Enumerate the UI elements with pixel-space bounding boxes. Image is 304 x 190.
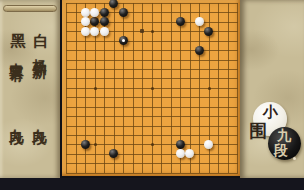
black-stone-P14: [195, 46, 204, 55]
black-stone-G18: [119, 8, 128, 17]
black-player-rank: 九段: [8, 118, 26, 122]
black-stone-E17: [100, 17, 109, 26]
white-stone-C18: [81, 8, 90, 17]
white-stone-O3: [185, 149, 194, 158]
white-color-label: 白: [31, 21, 50, 23]
black-color-label: 黑: [8, 21, 27, 23]
black-stone-Q16: [204, 27, 213, 36]
black-stone-E18: [100, 8, 109, 17]
black-stone-F3: [109, 149, 118, 158]
white-stone-P17: [195, 17, 204, 26]
star-point: [151, 30, 154, 33]
white-player-rank: 九段: [31, 118, 49, 122]
black-stone-F19: [109, 0, 118, 8]
white-stone-C16: [81, 27, 90, 36]
white-stone-D16: [90, 27, 99, 36]
last-move-marker: [122, 39, 125, 42]
black-stone-C4: [81, 140, 90, 149]
white-player-name: 杨鼎新: [31, 48, 49, 54]
white-stone-E16: [100, 27, 109, 36]
black-stone-G15: [119, 36, 128, 45]
logo-calligraphy-2: 围: [249, 119, 267, 143]
right-decorative-strip: 小 围 九 段: [240, 0, 304, 178]
white-stone-D18: [90, 8, 99, 17]
goban[interactable]: [62, 0, 240, 176]
go-broadcast-screen: 白 杨鼎新 九段 黑 申真谞 九段 小 围 九 段: [0, 0, 304, 190]
hint-dot: [140, 29, 144, 33]
white-stone-C17: [81, 17, 90, 26]
video-player-bar[interactable]: [0, 178, 304, 190]
black-stone-N17: [176, 17, 185, 26]
black-stone-N4: [176, 140, 185, 149]
white-stone-Q4: [204, 140, 213, 149]
scroll-rod-decoration: [3, 5, 57, 12]
black-stone-D17: [90, 17, 99, 26]
logo-seal-dot: [293, 157, 296, 160]
channel-logo: 小 围 九 段: [240, 96, 304, 178]
star-point: [151, 87, 154, 90]
star-point: [208, 87, 211, 90]
black-player-name: 申真谞: [8, 52, 26, 58]
logo-calligraphy-4: 段: [274, 142, 288, 160]
star-point: [94, 87, 97, 90]
player-panel: 白 杨鼎新 九段 黑 申真谞 九段: [0, 0, 60, 178]
white-stone-N3: [176, 149, 185, 158]
